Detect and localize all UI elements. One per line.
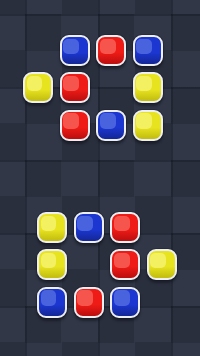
block-red[interactable] (60, 72, 90, 103)
block-yellow[interactable] (147, 249, 177, 280)
block-cluster-bottom (37, 212, 183, 324)
block-yellow[interactable] (37, 249, 67, 280)
block-yellow[interactable] (37, 212, 67, 243)
block-red[interactable] (74, 287, 104, 318)
puzzle-board (0, 0, 200, 356)
block-yellow[interactable] (133, 72, 163, 103)
block-red[interactable] (110, 212, 140, 243)
block-red[interactable] (60, 110, 90, 141)
block-blue[interactable] (110, 287, 140, 318)
block-blue[interactable] (74, 212, 104, 243)
empty-cell (147, 287, 184, 324)
block-red[interactable] (96, 35, 126, 66)
block-blue[interactable] (133, 35, 163, 66)
block-yellow[interactable] (133, 110, 163, 141)
empty-cell (147, 212, 184, 249)
empty-cell (23, 110, 60, 147)
block-blue[interactable] (37, 287, 67, 318)
block-yellow[interactable] (23, 72, 53, 103)
block-cluster-top (23, 35, 169, 147)
empty-cell (23, 35, 60, 72)
block-red[interactable] (110, 249, 140, 280)
empty-cell (74, 249, 111, 286)
block-blue[interactable] (60, 35, 90, 66)
block-blue[interactable] (96, 110, 126, 141)
empty-cell (96, 72, 133, 109)
